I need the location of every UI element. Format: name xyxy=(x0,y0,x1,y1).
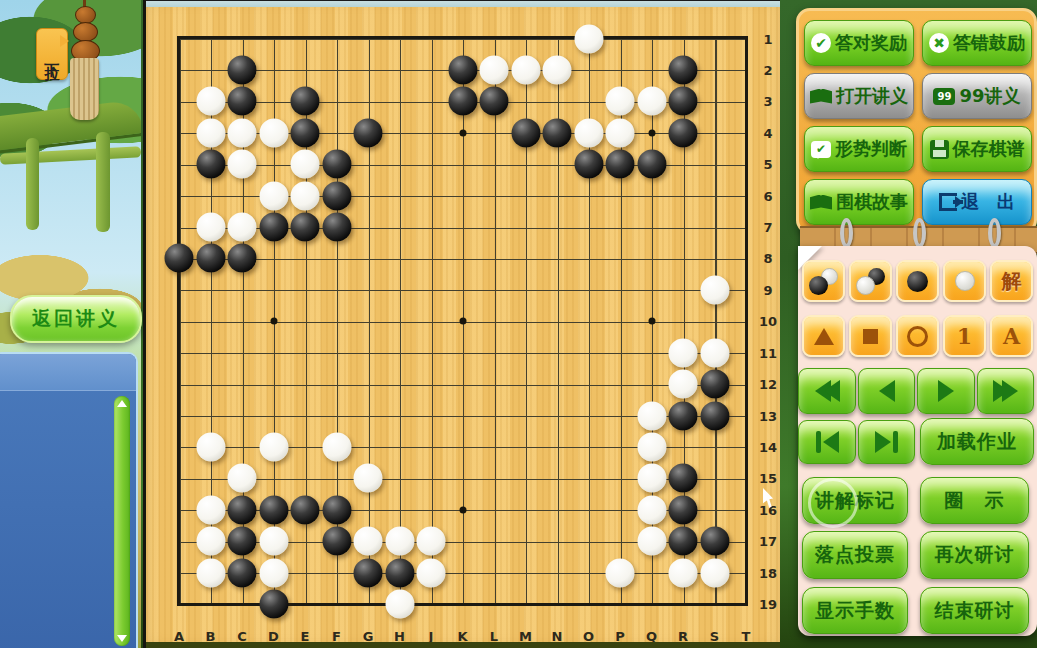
board-bottom-strip xyxy=(146,642,780,648)
white-stone-C5[interactable] xyxy=(228,150,257,179)
black-stone-B5[interactable] xyxy=(196,150,225,179)
app-screen: 下拉 返回讲义 ABCDEFGHJKLMNOPQRST1234567891011… xyxy=(0,0,1037,648)
black-stone-F6[interactable] xyxy=(322,181,351,210)
black-stone-F17[interactable] xyxy=(322,527,351,556)
board-top-strip xyxy=(146,0,780,7)
binder-ring xyxy=(840,218,853,248)
row-label-19: 19 xyxy=(759,597,777,612)
black-stone-H18[interactable] xyxy=(385,558,414,587)
black-stone-D16[interactable] xyxy=(259,495,288,524)
white-stone-R12[interactable] xyxy=(669,370,698,399)
white-stone-Q15[interactable] xyxy=(637,464,666,493)
black-stone-S13[interactable] xyxy=(700,401,729,430)
row-label-11: 11 xyxy=(759,345,777,360)
place-black-tool[interactable] xyxy=(896,260,939,302)
hoshi-point xyxy=(459,506,466,513)
white-stone-B4[interactable] xyxy=(196,118,225,147)
black-stone-A8[interactable] xyxy=(165,244,194,273)
white-stone-M2[interactable] xyxy=(511,55,540,84)
white-stone-O4[interactable] xyxy=(574,118,603,147)
black-stone-icon xyxy=(907,271,928,292)
white-stone-D18[interactable] xyxy=(259,558,288,587)
black-stone-K3[interactable] xyxy=(448,87,477,116)
chat-panel-header xyxy=(0,354,136,391)
white-stone-S18[interactable] xyxy=(700,558,729,587)
button-label: 答对奖励 xyxy=(835,31,907,55)
button-label: 结束研讨 xyxy=(935,598,1015,624)
white-stone-D14[interactable] xyxy=(259,432,288,461)
square-icon xyxy=(863,329,878,344)
letter-icon: A xyxy=(1003,325,1020,347)
to-start-button[interactable] xyxy=(798,420,856,464)
button-label: 退 出 xyxy=(961,190,1015,214)
black-stone-R17[interactable] xyxy=(669,527,698,556)
white-stone-D17[interactable] xyxy=(259,527,288,556)
white-stone-P3[interactable] xyxy=(606,87,635,116)
white-stone-Q13[interactable] xyxy=(637,401,666,430)
row-label-17: 17 xyxy=(759,534,777,549)
binder-ring xyxy=(988,218,1001,248)
white-stone-P4[interactable] xyxy=(606,118,635,147)
wrong-encourage-button[interactable]: ✖ 答错鼓励 xyxy=(922,20,1032,66)
white-stone-S11[interactable] xyxy=(700,338,729,367)
white-stone-C7[interactable] xyxy=(228,213,257,242)
white-stone-B3[interactable] xyxy=(196,87,225,116)
black-stone-E16[interactable] xyxy=(291,495,320,524)
black-stone-R13[interactable] xyxy=(669,401,698,430)
forward-icon xyxy=(938,380,954,402)
button-label: 加载作业 xyxy=(937,429,1017,455)
black-stone-P5[interactable] xyxy=(606,150,635,179)
black-stone-C3[interactable] xyxy=(228,87,257,116)
triangle-mark-tool[interactable] xyxy=(802,315,845,357)
bamboo-post xyxy=(96,132,110,232)
black-stone-K2[interactable] xyxy=(448,55,477,84)
black-stone-E3[interactable] xyxy=(291,87,320,116)
start-bar-icon xyxy=(816,431,821,453)
white-stone-H19[interactable] xyxy=(385,590,414,619)
black-stone-C16[interactable] xyxy=(228,495,257,524)
hoshi-point xyxy=(648,318,655,325)
black-stone-F16[interactable] xyxy=(322,495,351,524)
alt-white-first-tool[interactable] xyxy=(849,260,892,302)
bamboo-post xyxy=(26,138,39,230)
black-stone-E7[interactable] xyxy=(291,213,320,242)
circle-show-button[interactable]: 圈 示 xyxy=(920,477,1029,524)
white-stone-Q17[interactable] xyxy=(637,527,666,556)
row-label-4: 4 xyxy=(763,125,772,140)
binder-ring xyxy=(913,218,926,248)
black-stone-R2[interactable] xyxy=(669,55,698,84)
row-label-10: 10 xyxy=(759,314,777,329)
white-stone-J18[interactable] xyxy=(417,558,446,587)
white-stone-icon xyxy=(856,276,875,295)
row-label-18: 18 xyxy=(759,565,777,580)
black-stone-D19[interactable] xyxy=(259,590,288,619)
answer-tool[interactable]: 解 xyxy=(990,260,1033,302)
white-stone-G17[interactable] xyxy=(354,527,383,556)
white-stone-Q3[interactable] xyxy=(637,87,666,116)
button-label: 讲解标记 xyxy=(815,488,895,514)
black-stone-G4[interactable] xyxy=(354,118,383,147)
black-stone-G18[interactable] xyxy=(354,558,383,587)
hoshi-point xyxy=(459,318,466,325)
white-stone-B18[interactable] xyxy=(196,558,225,587)
black-stone-R15[interactable] xyxy=(669,464,698,493)
to-end-button[interactable] xyxy=(858,420,915,464)
row-label-16: 16 xyxy=(759,502,777,517)
black-stone-F5[interactable] xyxy=(322,150,351,179)
row-label-3: 3 xyxy=(763,94,772,109)
black-stone-R3[interactable] xyxy=(669,87,698,116)
white-stone-B17[interactable] xyxy=(196,527,225,556)
pull-down-tab[interactable]: 下拉 xyxy=(36,28,68,80)
step-back-button[interactable] xyxy=(858,368,915,414)
white-stone-P18[interactable] xyxy=(606,558,635,587)
black-stone-R4[interactable] xyxy=(669,118,698,147)
black-stone-F7[interactable] xyxy=(322,213,351,242)
row-label-14: 14 xyxy=(759,439,777,454)
end-icon xyxy=(875,431,891,453)
load-homework-button[interactable]: 加载作业 xyxy=(920,418,1034,465)
discuss-again-button[interactable]: 再次研讨 xyxy=(920,531,1029,579)
triangle-icon xyxy=(814,328,834,345)
row-label-2: 2 xyxy=(763,62,772,77)
white-stone-E5[interactable] xyxy=(291,150,320,179)
row-label-13: 13 xyxy=(759,408,777,423)
button-label: 圈 示 xyxy=(945,488,1005,514)
answer-label: 解 xyxy=(1002,268,1022,295)
step-forward-button[interactable] xyxy=(917,368,975,414)
white-stone-E6[interactable] xyxy=(291,181,320,210)
exit-button[interactable]: 退 出 xyxy=(922,179,1032,225)
hoshi-point xyxy=(459,129,466,136)
show-move-numbers-button[interactable]: 显示手数 xyxy=(802,587,908,634)
placement-vote-button[interactable]: 落点投票 xyxy=(802,531,908,579)
white-stone-Q14[interactable] xyxy=(637,432,666,461)
open-lecture-button[interactable]: 打开讲义 xyxy=(804,73,914,119)
circle-icon xyxy=(907,326,928,347)
hoshi-point xyxy=(270,318,277,325)
go-board[interactable]: ABCDEFGHJKLMNOPQRST123456789101112131415… xyxy=(143,0,780,648)
black-stone-S12[interactable] xyxy=(700,370,729,399)
white-stone-H17[interactable] xyxy=(385,527,414,556)
button-label: 显示手数 xyxy=(815,598,895,624)
white-stone-Q16[interactable] xyxy=(637,495,666,524)
black-stone-N4[interactable] xyxy=(543,118,572,147)
exit-door-icon xyxy=(939,193,957,211)
book-99-icon: 99 xyxy=(933,88,955,105)
position-judge-button[interactable]: ✔ 形势判断 xyxy=(804,126,914,172)
black-stone-L3[interactable] xyxy=(480,87,509,116)
number-icon: 1 xyxy=(957,325,972,347)
button-label: 答错鼓励 xyxy=(953,31,1025,55)
button-label: 99讲义 xyxy=(959,84,1020,108)
white-stone-N2[interactable] xyxy=(543,55,572,84)
row-label-1: 1 xyxy=(763,31,772,46)
scrollbar[interactable] xyxy=(114,396,130,646)
black-stone-E4[interactable] xyxy=(291,118,320,147)
return-to-lecture-button[interactable]: 返回讲义 xyxy=(10,295,142,343)
row-label-6: 6 xyxy=(763,188,772,203)
open-book-icon xyxy=(810,89,832,104)
place-white-tool[interactable] xyxy=(943,260,986,302)
check-circle-icon: ✔ xyxy=(811,33,831,53)
white-stone-R11[interactable] xyxy=(669,338,698,367)
white-stone-C4[interactable] xyxy=(228,118,257,147)
black-stone-icon xyxy=(809,276,828,295)
floppy-disk-icon xyxy=(930,140,949,159)
white-stone-icon xyxy=(955,271,975,291)
white-stone-L2[interactable] xyxy=(480,55,509,84)
white-stone-B16[interactable] xyxy=(196,495,225,524)
white-stone-B14[interactable] xyxy=(196,432,225,461)
white-stone-B7[interactable] xyxy=(196,213,225,242)
black-stone-B8[interactable] xyxy=(196,244,225,273)
black-stone-C18[interactable] xyxy=(228,558,257,587)
lecture-99-button[interactable]: 99 99讲义 xyxy=(922,73,1032,119)
square-mark-tool[interactable] xyxy=(849,315,892,357)
explain-marks-button[interactable]: 讲解标记 xyxy=(802,477,908,524)
alt-black-first-tool[interactable] xyxy=(802,260,845,302)
row-label-7: 7 xyxy=(763,220,772,235)
chat-list-panel xyxy=(0,352,138,648)
row-label-12: 12 xyxy=(759,377,777,392)
save-kifu-button[interactable]: 保存棋谱 xyxy=(922,126,1032,172)
white-stone-G15[interactable] xyxy=(354,464,383,493)
white-stone-S9[interactable] xyxy=(700,275,729,304)
black-stone-R16[interactable] xyxy=(669,495,698,524)
button-label: 形势判断 xyxy=(835,137,907,161)
black-stone-Q5[interactable] xyxy=(637,150,666,179)
story-book-icon xyxy=(810,195,832,210)
button-label: 落点投票 xyxy=(815,542,895,568)
row-label-9: 9 xyxy=(763,282,772,297)
correct-reward-button[interactable]: ✔ 答对奖励 xyxy=(804,20,914,66)
white-stone-D6[interactable] xyxy=(259,181,288,210)
x-circle-icon: ✖ xyxy=(929,33,949,53)
white-stone-C15[interactable] xyxy=(228,464,257,493)
white-stone-R18[interactable] xyxy=(669,558,698,587)
black-stone-O5[interactable] xyxy=(574,150,603,179)
fast-forward-button[interactable] xyxy=(977,368,1034,414)
letter-mark-tool[interactable]: A xyxy=(990,315,1033,357)
button-label: 再次研讨 xyxy=(935,542,1015,568)
back-icon xyxy=(879,380,895,402)
number-mark-tool[interactable]: 1 xyxy=(943,315,986,357)
circle-mark-tool[interactable] xyxy=(896,315,939,357)
white-stone-O1[interactable] xyxy=(574,24,603,53)
black-stone-M4[interactable] xyxy=(511,118,540,147)
end-discussion-button[interactable]: 结束研讨 xyxy=(920,587,1029,634)
white-stone-J17[interactable] xyxy=(417,527,446,556)
black-stone-C2[interactable] xyxy=(228,55,257,84)
scroll-down-icon[interactable] xyxy=(117,635,127,642)
button-label: 围棋故事 xyxy=(836,190,908,214)
hoshi-point xyxy=(648,129,655,136)
black-stone-C8[interactable] xyxy=(228,244,257,273)
scroll-up-icon[interactable] xyxy=(117,400,127,407)
button-label: 保存棋谱 xyxy=(953,137,1025,161)
fast-rewind-button[interactable] xyxy=(798,368,856,414)
tassel-ornament xyxy=(66,0,104,124)
chat-check-icon: ✔ xyxy=(811,141,831,158)
go-story-button[interactable]: 围棋故事 xyxy=(804,179,914,225)
white-stone-F14[interactable] xyxy=(322,432,351,461)
row-label-5: 5 xyxy=(763,157,772,172)
button-label: 打开讲义 xyxy=(836,84,908,108)
black-stone-S17[interactable] xyxy=(700,527,729,556)
row-label-8: 8 xyxy=(763,251,772,266)
white-stone-D4[interactable] xyxy=(259,118,288,147)
black-stone-D7[interactable] xyxy=(259,213,288,242)
row-label-15: 15 xyxy=(759,471,777,486)
black-stone-C17[interactable] xyxy=(228,527,257,556)
